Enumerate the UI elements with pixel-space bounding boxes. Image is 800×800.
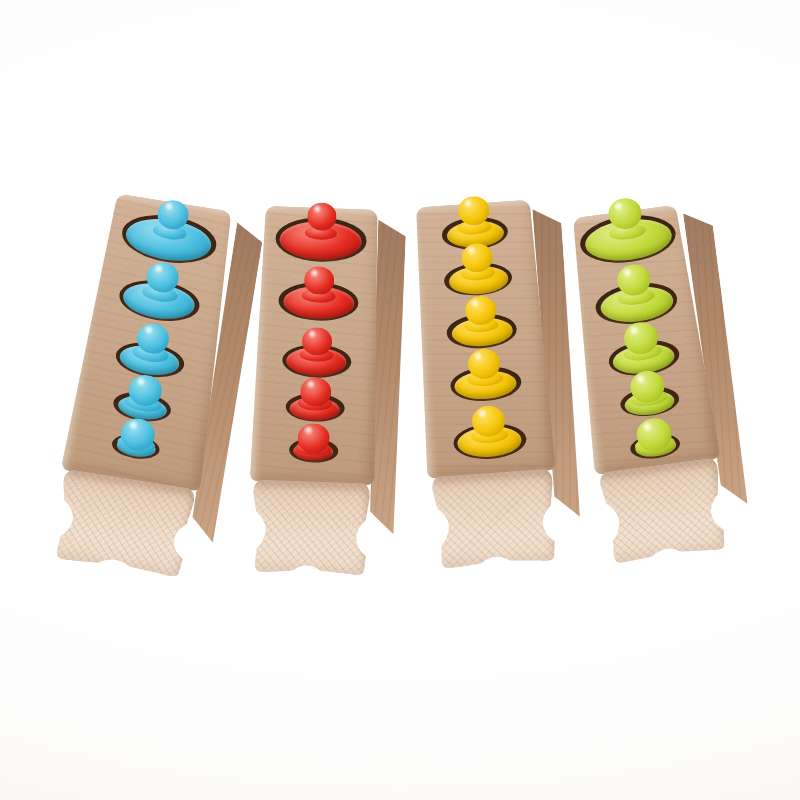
block-end-face (598, 457, 729, 564)
knob-ball (306, 202, 336, 230)
cylinder-layer-yellow (408, 199, 557, 479)
block-blue (44, 191, 271, 601)
product-photo-stage (0, 0, 800, 800)
block-red (245, 205, 410, 594)
block-yellow (408, 197, 590, 587)
block-end-face (250, 479, 371, 575)
knob-ball (299, 377, 331, 407)
cylinder-layer-red (249, 205, 385, 485)
block-end-face (431, 468, 559, 568)
block-green (561, 200, 761, 583)
